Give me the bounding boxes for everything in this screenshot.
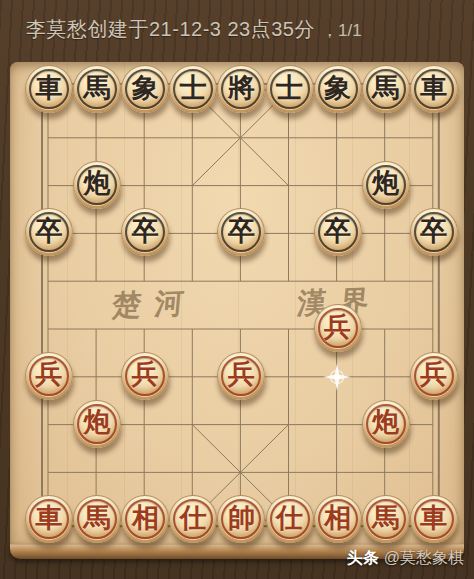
piece-red-advisor[interactable]: 仕	[266, 495, 314, 543]
piece-black-soldier[interactable]: 卒	[314, 208, 362, 256]
piece-black-advisor[interactable]: 士	[266, 65, 314, 113]
piece-red-horse[interactable]: 馬	[73, 495, 121, 543]
page-title: 李莫愁创建于21-12-3 23点35分	[26, 16, 315, 43]
piece-character: 仕	[180, 505, 207, 532]
piece-character: 車	[420, 505, 447, 532]
piece-character: 卒	[132, 218, 159, 245]
piece-character: 車	[36, 75, 63, 102]
river-text-left: 楚河	[98, 283, 199, 326]
piece-black-advisor[interactable]: 士	[169, 65, 217, 113]
piece-character: 卒	[420, 218, 447, 245]
header: 李莫愁创建于21-12-3 23点35分 ，1/1	[26, 16, 466, 48]
piece-character: 兵	[228, 361, 255, 388]
piece-black-horse[interactable]: 馬	[73, 65, 121, 113]
piece-character: 卒	[228, 218, 255, 245]
piece-character: 炮	[372, 170, 399, 197]
piece-black-chariot[interactable]: 車	[410, 65, 458, 113]
piece-character: 象	[324, 75, 351, 102]
piece-character: 炮	[84, 170, 111, 197]
piece-red-elephant[interactable]: 相	[314, 495, 362, 543]
piece-character: 兵	[132, 361, 159, 388]
piece-red-cannon[interactable]: 炮	[362, 400, 410, 448]
piece-red-cannon[interactable]: 炮	[73, 400, 121, 448]
piece-character: 兵	[420, 361, 447, 388]
piece-character: 士	[276, 75, 303, 102]
piece-character: 馬	[372, 75, 399, 102]
piece-black-cannon[interactable]: 炮	[73, 161, 121, 209]
piece-character: 帥	[228, 505, 255, 532]
piece-character: 象	[132, 75, 159, 102]
piece-character: 馬	[84, 75, 111, 102]
piece-red-horse[interactable]: 馬	[362, 495, 410, 543]
piece-character: 士	[180, 75, 207, 102]
piece-character: 車	[36, 505, 63, 532]
piece-character: 炮	[84, 409, 111, 436]
board-surface[interactable]: 楚河 漢界 車馬象士將士象馬車炮炮卒卒卒卒卒兵兵兵兵兵炮炮車馬相仕帥仕相馬車	[10, 62, 464, 544]
piece-character: 兵	[36, 361, 63, 388]
page-indicator: ，1/1	[321, 19, 362, 42]
last-move-marker-icon	[322, 362, 352, 392]
piece-character: 卒	[324, 218, 351, 245]
piece-character: 車	[420, 75, 447, 102]
piece-character: 相	[324, 505, 351, 532]
piece-character: 炮	[372, 409, 399, 436]
piece-red-soldier[interactable]: 兵	[410, 352, 458, 400]
piece-red-chariot[interactable]: 車	[25, 495, 73, 543]
piece-character: 仕	[276, 505, 303, 532]
piece-character: 兵	[324, 314, 351, 341]
piece-character: 馬	[84, 505, 111, 532]
piece-black-chariot[interactable]: 車	[25, 65, 73, 113]
piece-red-chariot[interactable]: 車	[410, 495, 458, 543]
piece-red-soldier[interactable]: 兵	[314, 304, 362, 352]
piece-character: 相	[132, 505, 159, 532]
piece-black-soldier[interactable]: 卒	[410, 208, 458, 256]
watermark: 头条 @莫愁象棋	[347, 548, 464, 569]
piece-black-cannon[interactable]: 炮	[362, 161, 410, 209]
piece-character: 卒	[36, 218, 63, 245]
piece-character: 將	[228, 75, 255, 102]
piece-character: 馬	[372, 505, 399, 532]
piece-red-soldier[interactable]: 兵	[25, 352, 73, 400]
piece-red-soldier[interactable]: 兵	[121, 352, 169, 400]
watermark-brand: 头条	[347, 548, 379, 569]
watermark-handle: @莫愁象棋	[384, 548, 464, 569]
xiangqi-app-window: 李莫愁创建于21-12-3 23点35分 ，1/1 楚河 漢界 車馬象士將士象馬…	[0, 0, 474, 579]
piece-black-elephant[interactable]: 象	[314, 65, 362, 113]
piece-red-soldier[interactable]: 兵	[217, 352, 265, 400]
board-grid	[10, 62, 464, 544]
piece-black-horse[interactable]: 馬	[362, 65, 410, 113]
piece-black-elephant[interactable]: 象	[121, 65, 169, 113]
